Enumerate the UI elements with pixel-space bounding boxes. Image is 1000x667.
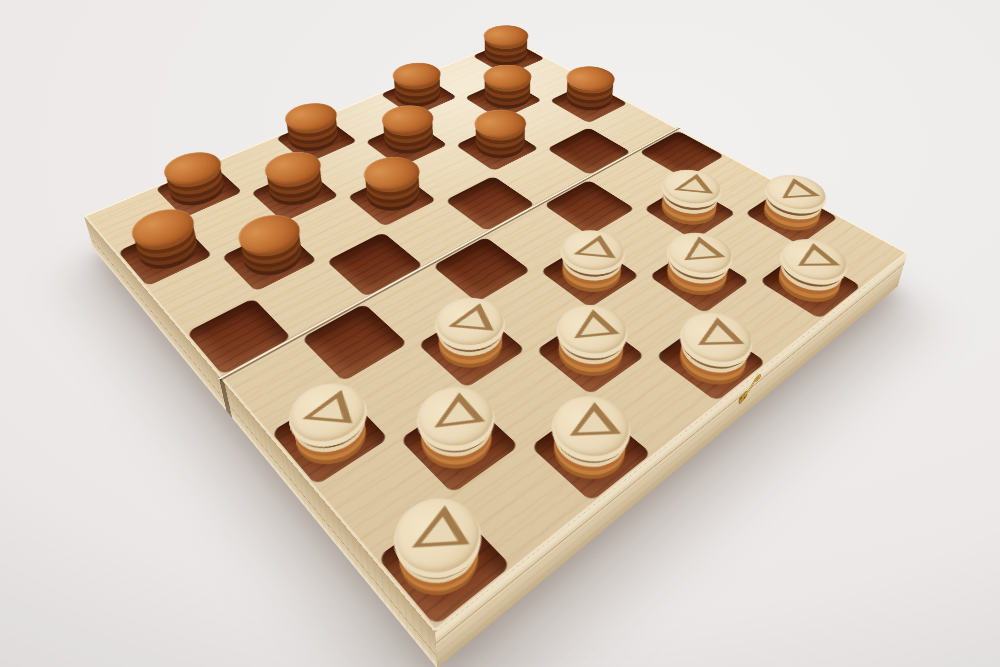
checker-piece-light[interactable] bbox=[739, 187, 843, 248]
checkers-board bbox=[84, 38, 908, 632]
triangle-engraving-fill bbox=[668, 173, 715, 199]
board-surface bbox=[84, 38, 908, 632]
photo-backdrop bbox=[0, 0, 1000, 667]
